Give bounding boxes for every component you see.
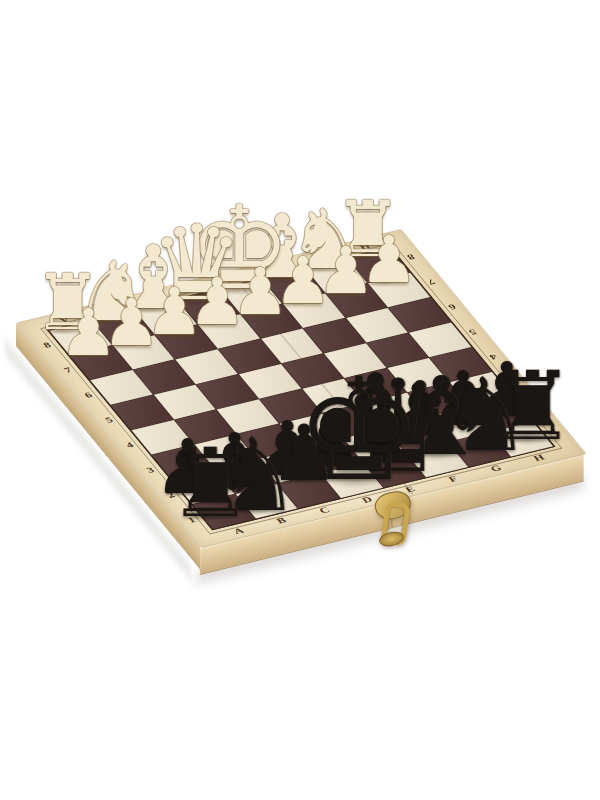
coord-label-B: B xyxy=(100,304,114,314)
coord-label-7: 7 xyxy=(62,366,74,375)
chess-set-product-photo: ABCDEFGH ABCDEFGH 87654321 87654321 ♜♞♝♟… xyxy=(0,0,600,800)
coord-label-C: C xyxy=(142,293,157,303)
coord-label-5: 5 xyxy=(103,416,115,425)
coord-label-2: 2 xyxy=(165,491,177,500)
coord-label-7: 7 xyxy=(425,277,437,286)
coord-label-B: B xyxy=(274,516,288,526)
coord-label-H: H xyxy=(531,453,546,463)
coord-label-2: 2 xyxy=(528,402,540,411)
coord-label-3: 3 xyxy=(144,466,156,475)
coord-label-G: G xyxy=(488,463,503,473)
coord-label-A: A xyxy=(56,314,71,324)
coord-label-8: 8 xyxy=(405,252,417,261)
coord-label-1: 1 xyxy=(549,427,561,436)
coord-label-6: 6 xyxy=(446,302,458,311)
coord-label-G: G xyxy=(313,251,328,261)
coord-label-A: A xyxy=(231,526,246,536)
coord-label-D: D xyxy=(185,283,200,293)
coord-label-C: C xyxy=(317,505,332,515)
coord-label-H: H xyxy=(356,241,371,251)
coord-label-6: 6 xyxy=(82,391,94,400)
coord-label-E: E xyxy=(228,272,242,282)
coord-label-F: F xyxy=(446,474,460,483)
coord-label-5: 5 xyxy=(467,327,479,336)
coord-label-8: 8 xyxy=(41,341,53,350)
coord-label-1: 1 xyxy=(186,516,198,525)
coord-label-4: 4 xyxy=(124,441,136,450)
coord-label-3: 3 xyxy=(508,377,520,386)
coord-label-F: F xyxy=(271,262,285,271)
coord-label-4: 4 xyxy=(487,352,499,361)
brass-latch-icon xyxy=(360,489,424,557)
